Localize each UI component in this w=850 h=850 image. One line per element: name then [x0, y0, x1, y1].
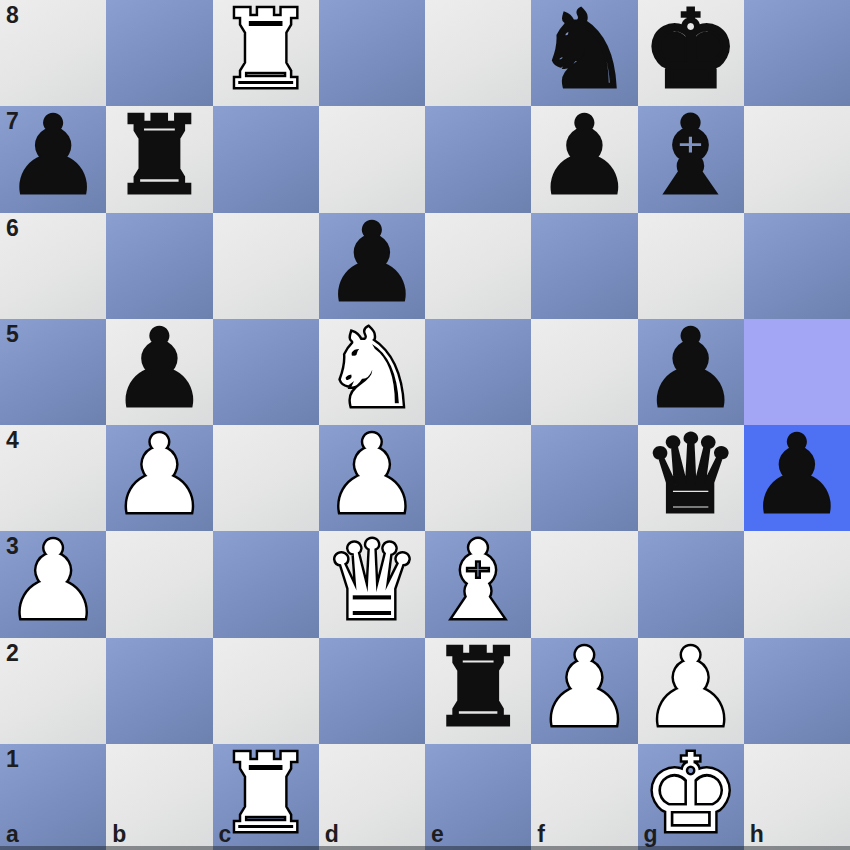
square-g6[interactable]	[638, 213, 744, 319]
square-c3[interactable]	[213, 531, 319, 637]
square-h3[interactable]	[744, 531, 850, 637]
square-g8[interactable]: ♚	[638, 0, 744, 106]
square-d1[interactable]: d	[319, 744, 425, 850]
square-a8[interactable]: 8	[0, 0, 106, 106]
square-e5[interactable]	[425, 319, 531, 425]
square-a5[interactable]: 5	[0, 319, 106, 425]
white-knight[interactable]: ♞	[323, 315, 420, 423]
square-c8[interactable]: ♜	[213, 0, 319, 106]
square-f3[interactable]	[531, 531, 637, 637]
square-a3[interactable]: 3♟	[0, 531, 106, 637]
black-rook[interactable]: ♜	[111, 102, 208, 210]
square-d5[interactable]: ♞	[319, 319, 425, 425]
square-d6[interactable]: ♟	[319, 213, 425, 319]
black-pawn[interactable]: ♟	[748, 421, 845, 529]
square-e7[interactable]	[425, 106, 531, 212]
black-knight[interactable]: ♞	[536, 0, 633, 104]
square-e3[interactable]: ♝	[425, 531, 531, 637]
square-d3[interactable]: ♛	[319, 531, 425, 637]
square-b6[interactable]	[106, 213, 212, 319]
chess-board: 8♜♞♚7♟♜♟♝6♟5♟♞♟4♟♟♛♟3♟♛♝2♜♟♟1abc♜defg♚h	[0, 0, 850, 850]
white-pawn[interactable]: ♟	[5, 527, 102, 635]
square-h8[interactable]	[744, 0, 850, 106]
black-pawn[interactable]: ♟	[323, 209, 420, 317]
white-rook[interactable]: ♜	[217, 0, 314, 104]
square-b5[interactable]: ♟	[106, 319, 212, 425]
white-rook[interactable]: ♜	[217, 740, 314, 848]
black-queen[interactable]: ♛	[642, 421, 739, 529]
square-c5[interactable]	[213, 319, 319, 425]
square-g7[interactable]: ♝	[638, 106, 744, 212]
coord-rank-6: 6	[6, 217, 19, 240]
square-d2[interactable]	[319, 638, 425, 744]
black-bishop[interactable]: ♝	[642, 102, 739, 210]
white-pawn[interactable]: ♟	[111, 421, 208, 529]
square-g1[interactable]: g♚	[638, 744, 744, 850]
square-a2[interactable]: 2	[0, 638, 106, 744]
square-f4[interactable]	[531, 425, 637, 531]
square-f1[interactable]: f	[531, 744, 637, 850]
square-b7[interactable]: ♜	[106, 106, 212, 212]
square-g4[interactable]: ♛	[638, 425, 744, 531]
square-c6[interactable]	[213, 213, 319, 319]
square-b4[interactable]: ♟	[106, 425, 212, 531]
square-f5[interactable]	[531, 319, 637, 425]
coord-file-d: d	[325, 823, 339, 846]
square-d7[interactable]	[319, 106, 425, 212]
black-pawn[interactable]: ♟	[5, 102, 102, 210]
square-d4[interactable]: ♟	[319, 425, 425, 531]
square-c2[interactable]	[213, 638, 319, 744]
square-e4[interactable]	[425, 425, 531, 531]
black-pawn[interactable]: ♟	[111, 315, 208, 423]
square-c7[interactable]	[213, 106, 319, 212]
coord-file-e: e	[431, 823, 444, 846]
square-e1[interactable]: e	[425, 744, 531, 850]
coord-file-f: f	[537, 823, 545, 846]
coord-rank-4: 4	[6, 429, 19, 452]
coord-rank-5: 5	[6, 323, 19, 346]
black-rook[interactable]: ♜	[430, 634, 527, 742]
square-e8[interactable]	[425, 0, 531, 106]
square-b1[interactable]: b	[106, 744, 212, 850]
square-a4[interactable]: 4	[0, 425, 106, 531]
square-a6[interactable]: 6	[0, 213, 106, 319]
square-h4[interactable]: ♟	[744, 425, 850, 531]
square-f7[interactable]: ♟	[531, 106, 637, 212]
square-f6[interactable]	[531, 213, 637, 319]
coord-rank-8: 8	[6, 4, 19, 27]
square-c1[interactable]: c♜	[213, 744, 319, 850]
square-b3[interactable]	[106, 531, 212, 637]
white-queen[interactable]: ♛	[323, 527, 420, 635]
square-b8[interactable]	[106, 0, 212, 106]
square-h2[interactable]	[744, 638, 850, 744]
square-b2[interactable]	[106, 638, 212, 744]
square-f2[interactable]: ♟	[531, 638, 637, 744]
black-pawn[interactable]: ♟	[642, 315, 739, 423]
square-f8[interactable]: ♞	[531, 0, 637, 106]
white-pawn[interactable]: ♟	[536, 634, 633, 742]
square-a7[interactable]: 7♟	[0, 106, 106, 212]
square-g5[interactable]: ♟	[638, 319, 744, 425]
black-king[interactable]: ♚	[642, 0, 739, 104]
white-pawn[interactable]: ♟	[323, 421, 420, 529]
coord-file-b: b	[112, 823, 126, 846]
coord-file-h: h	[750, 823, 764, 846]
square-c4[interactable]	[213, 425, 319, 531]
white-pawn[interactable]: ♟	[642, 634, 739, 742]
square-h5[interactable]	[744, 319, 850, 425]
white-king[interactable]: ♚	[642, 740, 739, 848]
square-e6[interactable]	[425, 213, 531, 319]
square-h6[interactable]	[744, 213, 850, 319]
coord-rank-2: 2	[6, 642, 19, 665]
square-d8[interactable]	[319, 0, 425, 106]
square-g3[interactable]	[638, 531, 744, 637]
square-g2[interactable]: ♟	[638, 638, 744, 744]
coord-file-a: a	[6, 823, 19, 846]
square-e2[interactable]: ♜	[425, 638, 531, 744]
coord-rank-1: 1	[6, 748, 19, 771]
black-pawn[interactable]: ♟	[536, 102, 633, 210]
square-h1[interactable]: h	[744, 744, 850, 850]
square-a1[interactable]: 1a	[0, 744, 106, 850]
square-h7[interactable]	[744, 106, 850, 212]
white-bishop[interactable]: ♝	[430, 527, 527, 635]
